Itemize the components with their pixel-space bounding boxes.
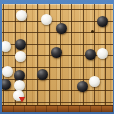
- go-board[interactable]: [2, 4, 113, 105]
- board-side-edge: [2, 105, 113, 112]
- white-stone: [89, 76, 100, 87]
- grid-line-horizontal: [2, 67, 113, 68]
- white-stone: [97, 48, 108, 59]
- black-stone: [56, 23, 67, 34]
- black-stone: [2, 79, 11, 90]
- last-move-marker-icon: [19, 97, 25, 102]
- grid-line-horizontal: [2, 21, 113, 22]
- white-stone: [2, 66, 13, 77]
- white-stone: [16, 10, 27, 21]
- black-stone: [15, 39, 26, 50]
- black-stone: [37, 69, 48, 80]
- white-stone: [41, 14, 52, 25]
- black-stone: [97, 16, 108, 27]
- star-point: [91, 30, 94, 33]
- white-stone: [2, 41, 11, 52]
- black-stone: [85, 49, 96, 60]
- white-stone: [15, 51, 26, 62]
- black-stone: [51, 47, 62, 58]
- go-game-frame: [0, 0, 114, 114]
- white-stone: [14, 80, 25, 91]
- black-stone: [77, 81, 88, 92]
